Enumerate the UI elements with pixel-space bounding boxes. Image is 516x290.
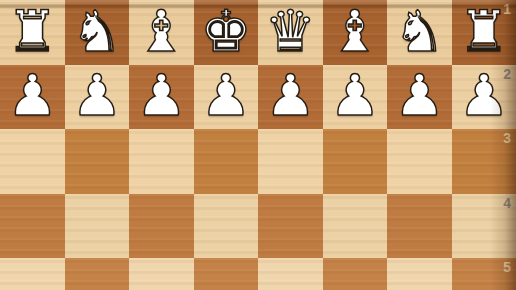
square-d2[interactable]: ♟ [258, 65, 323, 130]
square-a5[interactable]: 5 [452, 258, 516, 290]
rank-label-1: 1 [503, 2, 511, 16]
square-b2[interactable]: ♟ [387, 65, 452, 130]
square-h3[interactable] [0, 129, 65, 194]
square-e2[interactable]: ♟ [194, 65, 259, 130]
square-c2[interactable]: ♟ [323, 65, 388, 130]
square-f2[interactable]: ♟ [129, 65, 194, 130]
white-rook-icon: ♜ [7, 3, 58, 60]
square-e5[interactable] [194, 258, 259, 290]
rank-label-2: 2 [503, 67, 511, 81]
white-pawn-icon: ♟ [7, 67, 58, 124]
white-pawn-icon: ♟ [458, 67, 509, 124]
square-h5[interactable] [0, 258, 65, 290]
square-f3[interactable] [129, 129, 194, 194]
white-queen-icon: ♛ [265, 3, 316, 60]
chess-board: ♜♞♝♚♛♝♞♜1♟♟♟♟♟♟♟♟2345 [0, 0, 516, 290]
square-a3[interactable]: 3 [452, 129, 516, 194]
square-c1[interactable]: ♝ [323, 0, 388, 65]
rank-label-3: 3 [503, 131, 511, 145]
square-g1[interactable]: ♞ [65, 0, 130, 65]
square-c3[interactable] [323, 129, 388, 194]
white-king-icon: ♚ [200, 3, 251, 60]
square-c4[interactable] [323, 194, 388, 259]
rank-label-4: 4 [503, 196, 511, 210]
square-b4[interactable] [387, 194, 452, 259]
square-e1[interactable]: ♚ [194, 0, 259, 65]
square-g2[interactable]: ♟ [65, 65, 130, 130]
white-pawn-icon: ♟ [71, 67, 122, 124]
white-pawn-icon: ♟ [394, 67, 445, 124]
square-h4[interactable] [0, 194, 65, 259]
square-e4[interactable] [194, 194, 259, 259]
square-d3[interactable] [258, 129, 323, 194]
white-pawn-icon: ♟ [329, 67, 380, 124]
white-rook-icon: ♜ [458, 3, 509, 60]
square-h2[interactable]: ♟ [0, 65, 65, 130]
square-f4[interactable] [129, 194, 194, 259]
square-d5[interactable] [258, 258, 323, 290]
white-bishop-icon: ♝ [329, 3, 380, 60]
square-c5[interactable] [323, 258, 388, 290]
square-b5[interactable] [387, 258, 452, 290]
white-bishop-icon: ♝ [136, 3, 187, 60]
chess-app-screenshot: ♜♞♝♚♛♝♞♜1♟♟♟♟♟♟♟♟2345 [0, 0, 516, 290]
square-b3[interactable] [387, 129, 452, 194]
white-pawn-icon: ♟ [136, 67, 187, 124]
white-knight-icon: ♞ [394, 3, 445, 60]
square-a4[interactable]: 4 [452, 194, 516, 259]
square-a2[interactable]: ♟2 [452, 65, 516, 130]
white-pawn-icon: ♟ [265, 67, 316, 124]
square-b1[interactable]: ♞ [387, 0, 452, 65]
square-f5[interactable] [129, 258, 194, 290]
square-f1[interactable]: ♝ [129, 0, 194, 65]
square-a1[interactable]: ♜1 [452, 0, 516, 65]
rank-label-5: 5 [503, 260, 511, 274]
square-h1[interactable]: ♜ [0, 0, 65, 65]
square-e3[interactable] [194, 129, 259, 194]
square-d1[interactable]: ♛ [258, 0, 323, 65]
square-g3[interactable] [65, 129, 130, 194]
square-g4[interactable] [65, 194, 130, 259]
square-d4[interactable] [258, 194, 323, 259]
square-g5[interactable] [65, 258, 130, 290]
white-knight-icon: ♞ [71, 3, 122, 60]
white-pawn-icon: ♟ [200, 67, 251, 124]
